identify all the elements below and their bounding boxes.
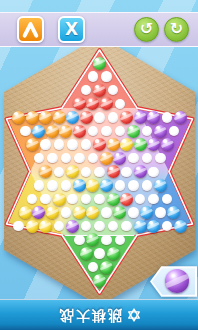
hole-r6-c6[interactable] (88, 126, 99, 137)
marble-green-r17-c1[interactable] (93, 274, 106, 287)
hole-r10-c2[interactable] (47, 180, 58, 191)
marble-purple-r12-c2[interactable] (32, 206, 45, 219)
marble-orange-r9-c1[interactable] (39, 165, 52, 178)
hole-r3-c3[interactable] (108, 85, 119, 96)
hole-r15-c2[interactable] (94, 248, 105, 259)
hole-r8-c4[interactable] (74, 153, 85, 164)
hole-r5-c12[interactable] (162, 112, 173, 123)
hole-r8-c9[interactable] (142, 153, 153, 164)
hole-r9-c5[interactable] (94, 167, 105, 178)
marble-yellow-r12-c5[interactable] (73, 206, 86, 219)
hole-r10-c8[interactable] (128, 180, 139, 191)
marble-purple-r7-c10[interactable] (147, 138, 160, 151)
hole-r5-c8[interactable] (108, 112, 119, 123)
hole-r7-c3[interactable] (54, 139, 65, 150)
marble-purple-r8-c7[interactable] (113, 152, 126, 165)
hole-r7-c4[interactable] (67, 139, 78, 150)
hole-r11-c5[interactable] (81, 194, 92, 205)
hole-r6-c12[interactable] (169, 126, 180, 137)
hole-r12-c7[interactable] (101, 207, 112, 218)
hole-r11-c6[interactable] (94, 194, 105, 205)
marble-orange-r5-c4[interactable] (53, 111, 66, 124)
marble-blue-r6-c2[interactable] (32, 125, 45, 138)
marble-blue-r13-c13[interactable] (174, 220, 187, 233)
marble-blue-r5-c5[interactable] (66, 111, 79, 124)
marble-yellow-r13-c2[interactable] (26, 220, 39, 233)
hole-r10-c1[interactable] (34, 180, 45, 191)
marble-green-r7-c9[interactable] (134, 138, 147, 151)
hole-r13-c8[interactable] (108, 221, 119, 232)
marble-yellow-r11-c3[interactable] (53, 193, 66, 206)
marble-blue-r12-c10[interactable] (140, 206, 153, 219)
hole-r11-c10[interactable] (148, 194, 159, 205)
marble-red-r11-c8[interactable] (120, 193, 133, 206)
hole-r6-c7[interactable] (101, 126, 112, 137)
redo-button[interactable]: ↻ (164, 17, 189, 42)
rotate-ccw-icon: ↺ (140, 21, 153, 37)
hole-r13-c1[interactable] (13, 221, 24, 232)
hole-r7-c5[interactable] (81, 139, 92, 150)
marble-red-r6-c5[interactable] (73, 125, 86, 138)
hole-r8-c1[interactable] (34, 153, 45, 164)
hole-r11-c11[interactable] (162, 194, 173, 205)
rotate-cw-icon: ↻ (170, 21, 183, 37)
marble-orange-r6-c4[interactable] (59, 125, 72, 138)
marble-red-r4-c1[interactable] (73, 97, 86, 110)
hole-r11-c1[interactable] (27, 194, 38, 205)
marble-orange-r5-c1[interactable] (12, 111, 25, 124)
marble-blue-r10-c6[interactable] (100, 179, 113, 192)
marble-orange-r8-c6[interactable] (100, 152, 113, 165)
hole-r12-c11[interactable] (155, 207, 166, 218)
hole-r11-c2[interactable] (40, 194, 51, 205)
marble-purple-r6-c11[interactable] (154, 125, 167, 138)
marble-yellow-r12-c1[interactable] (19, 206, 32, 219)
hole-r12-c4[interactable] (61, 207, 72, 218)
menu-button[interactable] (17, 16, 44, 43)
hole-r11-c9[interactable] (135, 194, 146, 205)
hole-r14-c4[interactable] (115, 235, 126, 246)
chevron-up-icon (20, 20, 41, 39)
title-banner-inner: 跳棋大战 (58, 306, 141, 324)
marble-red-r3-c2[interactable] (93, 84, 106, 97)
marble-blue-r10-c4[interactable] (73, 179, 86, 192)
marble-red-r5-c9[interactable] (120, 111, 133, 124)
undo-button[interactable]: ↺ (134, 17, 159, 42)
hole-r9-c7[interactable] (121, 167, 132, 178)
hole-r12-c9[interactable] (128, 207, 139, 218)
marble-purple-r9-c8[interactable] (134, 165, 147, 178)
marble-purple-r5-c11[interactable] (147, 111, 160, 124)
marble-blue-r13-c10[interactable] (134, 220, 147, 233)
marble-green-r15-c1[interactable] (80, 247, 93, 260)
hole-r16-c1[interactable] (88, 262, 99, 273)
marble-purple-r5-c10[interactable] (134, 111, 147, 124)
hole-r6-c8[interactable] (115, 126, 126, 137)
hole-r3-c1[interactable] (81, 85, 92, 96)
marble-orange-r7-c1[interactable] (26, 138, 39, 151)
hole-r8-c8[interactable] (128, 153, 139, 164)
marble-green-r11-c7[interactable] (107, 193, 120, 206)
hole-r7-c2[interactable] (40, 139, 51, 150)
marble-red-r7-c6[interactable] (93, 138, 106, 151)
toolbar: X ↺ ↻ (0, 12, 198, 47)
marble-green-r6-c9[interactable] (127, 125, 140, 138)
hole-r8-c10[interactable] (155, 153, 166, 164)
hole-r5-c7[interactable] (94, 112, 105, 123)
marble-orange-r5-c2[interactable] (26, 111, 39, 124)
hole-r8-c5[interactable] (88, 153, 99, 164)
marble-yellow-r7-c8[interactable] (120, 138, 133, 151)
marble-red-r9-c6[interactable] (107, 165, 120, 178)
marble-purple-r7-c11[interactable] (161, 138, 174, 151)
marble-red-r4-c3[interactable] (100, 97, 113, 110)
marble-blue-r10-c10[interactable] (154, 179, 167, 192)
hole-r8-c3[interactable] (61, 153, 72, 164)
marble-green-r12-c8[interactable] (113, 206, 126, 219)
hole-r4-c4[interactable] (115, 99, 126, 110)
marble-orange-r6-c3[interactable] (46, 125, 59, 138)
marble-orange-r7-c7[interactable] (107, 138, 120, 151)
hole-r9-c9[interactable] (148, 167, 159, 178)
marble-green-r15-c3[interactable] (107, 247, 120, 260)
marble-yellow-r12-c3[interactable] (46, 206, 59, 219)
marble-purple-r13-c5[interactable] (66, 220, 79, 233)
marble-orange-r5-c3[interactable] (39, 111, 52, 124)
app-title: 跳棋大战 (58, 306, 122, 324)
hole-r13-c12[interactable] (162, 221, 173, 232)
hole-r14-c3[interactable] (101, 235, 112, 246)
marble-yellow-r10-c5[interactable] (86, 179, 99, 192)
hole-r10-c9[interactable] (142, 180, 153, 191)
marble-yellow-r9-c3[interactable] (66, 165, 79, 178)
hole-r14-c1[interactable] (74, 235, 85, 246)
marble-blue-r13-c11[interactable] (147, 220, 160, 233)
hole-r9-c2[interactable] (54, 167, 65, 178)
hole-r11-c4[interactable] (67, 194, 78, 205)
hole-r13-c4[interactable] (54, 221, 65, 232)
hexagram-star-icon (127, 308, 141, 322)
turn-indicator (150, 265, 197, 298)
hole-r8-c2[interactable] (47, 153, 58, 164)
hole-r10-c3[interactable] (61, 180, 72, 191)
marble-blue-r12-c12[interactable] (167, 206, 180, 219)
hole-r10-c7[interactable] (115, 180, 126, 191)
marble-yellow-r12-c6[interactable] (86, 206, 99, 219)
close-button[interactable]: X (58, 16, 85, 43)
marble-purple-r5-c13[interactable] (174, 111, 187, 124)
hole-r6-c1[interactable] (20, 126, 31, 137)
hole-r2-c2[interactable] (101, 71, 112, 82)
marble-red-r4-c2[interactable] (86, 97, 99, 110)
hole-r13-c6[interactable] (81, 221, 92, 232)
hole-r13-c9[interactable] (121, 221, 132, 232)
marble-green-r16-c2[interactable] (100, 261, 113, 274)
title-banner: 跳棋大战 (0, 299, 198, 330)
marble-green-r14-c2[interactable] (86, 233, 99, 246)
hole-r9-c4[interactable] (81, 167, 92, 178)
marble-green-r1-c1[interactable] (93, 57, 106, 70)
hole-r6-c10[interactable] (142, 126, 153, 137)
hole-r13-c7[interactable] (94, 221, 105, 232)
marble-red-r5-c6[interactable] (80, 111, 93, 124)
close-icon: X (65, 21, 78, 38)
turn-marble-purple (165, 269, 189, 293)
hole-r2-c1[interactable] (88, 71, 99, 82)
marble-yellow-r13-c3[interactable] (39, 220, 52, 233)
